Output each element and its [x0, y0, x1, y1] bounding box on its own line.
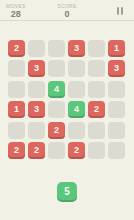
moves-value: 28: [6, 9, 26, 19]
tile-2[interactable]: 2: [8, 142, 25, 159]
empty-cell[interactable]: [48, 60, 65, 77]
empty-cell[interactable]: [28, 81, 45, 98]
empty-cell[interactable]: [88, 40, 105, 57]
tile-4[interactable]: 4: [68, 101, 85, 118]
pause-icon: [117, 7, 119, 15]
game-board: 23133413422222: [8, 40, 125, 159]
empty-cell[interactable]: [88, 122, 105, 139]
empty-cell[interactable]: [28, 40, 45, 57]
moves-stat: MOVES 28: [6, 3, 26, 19]
empty-cell[interactable]: [68, 81, 85, 98]
score-stat: SCORE 0: [57, 3, 76, 19]
empty-cell[interactable]: [28, 122, 45, 139]
pause-button[interactable]: [114, 5, 126, 17]
empty-cell[interactable]: [68, 60, 85, 77]
tile-3[interactable]: 3: [28, 101, 45, 118]
tile-3[interactable]: 3: [108, 60, 125, 77]
tile-2[interactable]: 2: [28, 142, 45, 159]
tile-2[interactable]: 2: [8, 40, 25, 57]
tile-3[interactable]: 3: [28, 60, 45, 77]
tile-2[interactable]: 2: [88, 101, 105, 118]
empty-cell[interactable]: [48, 40, 65, 57]
empty-cell[interactable]: [88, 81, 105, 98]
empty-cell[interactable]: [8, 60, 25, 77]
game-screen: MOVES 28 SCORE 0 23133413422222 5: [0, 0, 134, 220]
empty-cell[interactable]: [68, 122, 85, 139]
tile-2[interactable]: 2: [68, 142, 85, 159]
empty-cell[interactable]: [108, 122, 125, 139]
empty-cell[interactable]: [108, 142, 125, 159]
empty-cell[interactable]: [48, 142, 65, 159]
pause-icon: [121, 7, 123, 15]
tile-2[interactable]: 2: [48, 122, 65, 139]
tile-1[interactable]: 1: [108, 40, 125, 57]
score-value: 0: [57, 9, 76, 19]
empty-cell[interactable]: [108, 81, 125, 98]
empty-cell[interactable]: [8, 122, 25, 139]
empty-cell[interactable]: [88, 60, 105, 77]
top-bar: MOVES 28 SCORE 0: [0, 0, 134, 21]
tile-1[interactable]: 1: [8, 101, 25, 118]
empty-cell[interactable]: [8, 81, 25, 98]
tile-4[interactable]: 4: [48, 81, 65, 98]
empty-cell[interactable]: [48, 101, 65, 118]
empty-cell[interactable]: [88, 142, 105, 159]
tile-3[interactable]: 3: [68, 40, 85, 57]
empty-cell[interactable]: [108, 101, 125, 118]
next-tile[interactable]: 5: [57, 182, 77, 202]
